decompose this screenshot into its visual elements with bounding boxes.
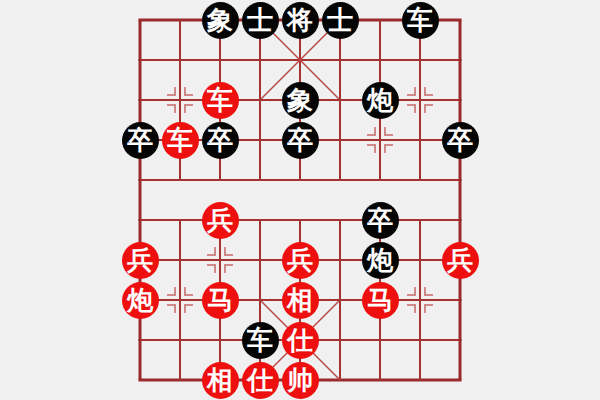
- piece-black-rook[interactable]: 车: [402, 2, 439, 39]
- piece-black-soldier[interactable]: 卒: [122, 122, 159, 159]
- piece-red-elephant[interactable]: 相: [282, 282, 319, 319]
- piece-red-king[interactable]: 帅: [282, 362, 319, 399]
- piece-red-cannon[interactable]: 炮: [122, 282, 159, 319]
- xiangqi-board[interactable]: 象士将士车车象炮卒车卒卒卒兵卒兵兵炮兵炮马相马车仕相仕帅: [0, 0, 600, 400]
- piece-red-horse[interactable]: 马: [362, 282, 399, 319]
- piece-red-horse[interactable]: 马: [202, 282, 239, 319]
- piece-red-soldier[interactable]: 兵: [202, 202, 239, 239]
- piece-black-cannon[interactable]: 炮: [362, 242, 399, 279]
- piece-black-soldier[interactable]: 卒: [442, 122, 479, 159]
- piece-black-advisor[interactable]: 士: [242, 2, 279, 39]
- piece-black-soldier[interactable]: 卒: [362, 202, 399, 239]
- piece-black-rook[interactable]: 车: [242, 322, 279, 359]
- piece-red-advisor[interactable]: 仕: [282, 322, 319, 359]
- piece-red-rook[interactable]: 车: [202, 82, 239, 119]
- piece-black-king[interactable]: 将: [282, 2, 319, 39]
- piece-black-cannon[interactable]: 炮: [362, 82, 399, 119]
- piece-red-soldier[interactable]: 兵: [282, 242, 319, 279]
- piece-black-soldier[interactable]: 卒: [202, 122, 239, 159]
- piece-black-elephant[interactable]: 象: [282, 82, 319, 119]
- piece-black-elephant[interactable]: 象: [202, 2, 239, 39]
- piece-black-soldier[interactable]: 卒: [282, 122, 319, 159]
- piece-black-advisor[interactable]: 士: [322, 2, 359, 39]
- piece-red-advisor[interactable]: 仕: [242, 362, 279, 399]
- piece-red-soldier[interactable]: 兵: [442, 242, 479, 279]
- piece-red-rook[interactable]: 车: [162, 122, 199, 159]
- piece-red-elephant[interactable]: 相: [202, 362, 239, 399]
- piece-red-soldier[interactable]: 兵: [122, 242, 159, 279]
